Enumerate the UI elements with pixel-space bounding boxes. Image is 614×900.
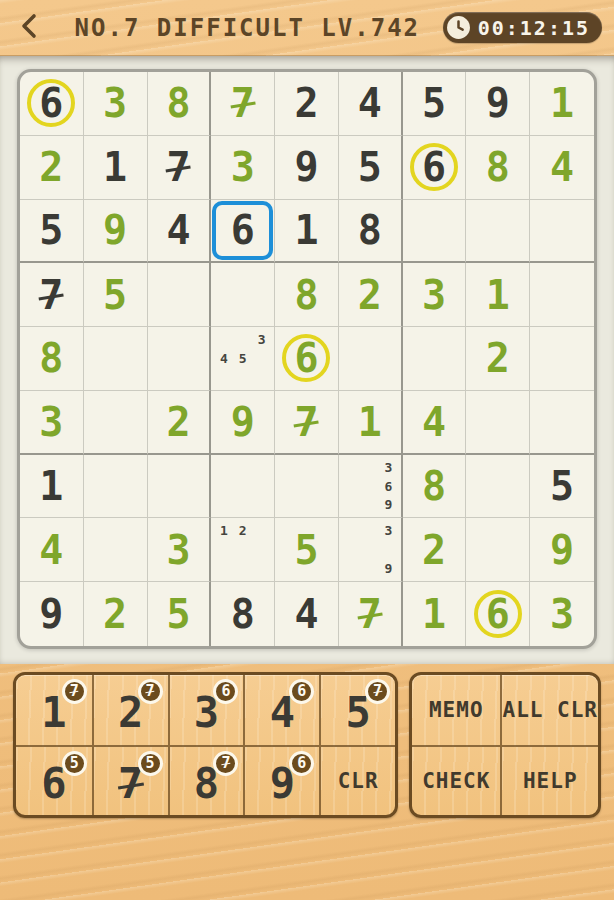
given-digit: 1 [103, 147, 127, 187]
player-digit: 2 [166, 402, 190, 442]
placed-count-badge: 7 [365, 679, 390, 704]
placed-count-badge: 7 [62, 679, 87, 704]
given-digit: 5 [358, 147, 382, 187]
cell-r4c1[interactable]: 7 [20, 263, 84, 327]
given-digit: 6 [39, 83, 63, 123]
cell-r8c3[interactable]: 3 [148, 518, 212, 582]
player-digit: 3 [166, 530, 190, 570]
cell-r4c7[interactable]: 3 [403, 263, 467, 327]
back-chevron-icon [18, 13, 40, 42]
given-digit: 8 [231, 594, 255, 634]
player-digit: 3 [39, 402, 63, 442]
cell-r5c4[interactable]: 345 [211, 327, 275, 391]
cell-r5c6[interactable] [339, 327, 403, 391]
cell-r5c8[interactable]: 2 [466, 327, 530, 391]
player-digit: 7 [358, 594, 382, 634]
memo-notes: 345 [214, 330, 271, 387]
cell-r9c6[interactable]: 7 [339, 582, 403, 646]
player-digit: 1 [486, 275, 510, 315]
key-label: CLR [338, 769, 379, 793]
cell-r6c7[interactable]: 4 [403, 391, 467, 455]
cell-r7c6[interactable]: 369 [339, 455, 403, 519]
cell-r7c9[interactable]: 5 [530, 455, 594, 519]
key-4[interactable]: 46 [243, 675, 319, 745]
cell-r9c8[interactable]: 6 [466, 582, 530, 646]
cell-r6c5[interactable]: 7 [275, 391, 339, 455]
cell-r2c9[interactable]: 4 [530, 136, 594, 200]
player-digit: 1 [422, 594, 446, 634]
cell-r8c7[interactable]: 2 [403, 518, 467, 582]
memo-notes: 369 [342, 458, 398, 515]
board-panel: 6387245912173956845946187582318345623297… [0, 56, 614, 664]
timer-badge: 00:12:15 [443, 12, 602, 43]
player-digit: 9 [231, 402, 255, 442]
player-digit: 2 [358, 275, 382, 315]
top-bar: NO.7 DIFFICULT LV.742 00:12:15 [0, 0, 614, 56]
cell-r8c9[interactable]: 9 [530, 518, 594, 582]
cell-r7c1[interactable]: 1 [20, 455, 84, 519]
action-pad: MEMOALL CLRCHECKHELP [409, 672, 601, 818]
player-digit: 8 [294, 275, 318, 315]
player-digit: 7 [294, 402, 318, 442]
page-title: NO.7 DIFFICULT LV.742 [52, 14, 443, 42]
given-digit: 6 [422, 147, 446, 187]
cell-r4c3[interactable] [148, 263, 212, 327]
player-digit: 5 [103, 275, 127, 315]
player-digit: 2 [103, 594, 127, 634]
cell-r2c5[interactable]: 9 [275, 136, 339, 200]
cell-r7c3[interactable] [148, 455, 212, 519]
placed-count-badge: 5 [138, 751, 163, 776]
key-1[interactable]: 17 [16, 675, 92, 745]
cell-r3c7[interactable] [403, 200, 467, 264]
cell-r9c2[interactable]: 2 [84, 582, 148, 646]
cell-r3c9[interactable] [530, 200, 594, 264]
cell-r7c8[interactable] [466, 455, 530, 519]
player-digit: 2 [39, 147, 63, 187]
cell-r5c1[interactable]: 8 [20, 327, 84, 391]
given-digit: 2 [294, 83, 318, 123]
cell-r1c7[interactable]: 5 [403, 72, 467, 136]
player-digit: 5 [294, 530, 318, 570]
back-button[interactable] [6, 8, 52, 48]
cell-r4c2[interactable]: 5 [84, 263, 148, 327]
given-digit: 8 [358, 210, 382, 250]
cell-r3c3[interactable]: 4 [148, 200, 212, 264]
player-digit: 4 [422, 402, 446, 442]
player-digit: 6 [486, 594, 510, 634]
cell-r8c8[interactable] [466, 518, 530, 582]
given-digit: 6 [231, 210, 255, 250]
sudoku-app-screen: NO.7 DIFFICULT LV.742 00:12:15 638724591… [0, 0, 614, 900]
cell-r6c1[interactable]: 3 [20, 391, 84, 455]
sudoku-board: 6387245912173956845946187582318345623297… [17, 69, 597, 649]
player-digit: 3 [550, 594, 574, 634]
key-8[interactable]: 87 [168, 745, 244, 815]
cell-r4c9[interactable] [530, 263, 594, 327]
cell-r4c6[interactable]: 2 [339, 263, 403, 327]
cell-r5c2[interactable] [84, 327, 148, 391]
cell-r3c4[interactable]: 6 [211, 200, 275, 264]
given-digit: 9 [39, 594, 63, 634]
player-digit: 4 [550, 147, 574, 187]
given-digit: 5 [39, 210, 63, 250]
cell-r3c5[interactable]: 1 [275, 200, 339, 264]
button-label: MEMO [429, 698, 484, 722]
player-digit: 3 [422, 275, 446, 315]
cell-r4c5[interactable]: 8 [275, 263, 339, 327]
memo-button[interactable]: MEMO [412, 675, 500, 745]
cell-r1c5[interactable]: 2 [275, 72, 339, 136]
cell-r9c1[interactable]: 9 [20, 582, 84, 646]
key-5[interactable]: 57 [319, 675, 395, 745]
given-digit: 4 [294, 594, 318, 634]
cell-r2c6[interactable]: 5 [339, 136, 403, 200]
cell-r8c1[interactable]: 4 [20, 518, 84, 582]
cell-r8c4[interactable]: 12 [211, 518, 275, 582]
cell-r6c9[interactable] [530, 391, 594, 455]
cell-r7c5[interactable] [275, 455, 339, 519]
given-digit: 7 [166, 147, 190, 187]
placed-count-badge: 6 [213, 679, 238, 704]
cell-r1c3[interactable]: 8 [148, 72, 212, 136]
player-digit: 9 [103, 210, 127, 250]
given-digit: 4 [166, 210, 190, 250]
cell-r4c4[interactable] [211, 263, 275, 327]
player-digit: 8 [422, 466, 446, 506]
cell-r9c3[interactable]: 5 [148, 582, 212, 646]
cell-r2c8[interactable]: 8 [466, 136, 530, 200]
placed-count-badge: 6 [289, 679, 314, 704]
cell-r4c8[interactable]: 1 [466, 263, 530, 327]
button-label: ALL CLR [502, 698, 598, 722]
cell-r7c2[interactable] [84, 455, 148, 519]
player-digit: 6 [294, 338, 318, 378]
placed-count-badge: 7 [213, 751, 238, 776]
cell-r2c3[interactable]: 7 [148, 136, 212, 200]
cell-r9c9[interactable]: 3 [530, 582, 594, 646]
cell-r9c5[interactable]: 4 [275, 582, 339, 646]
player-digit: 8 [39, 338, 63, 378]
key-clear[interactable]: CLR [319, 745, 395, 815]
cell-r2c2[interactable]: 1 [84, 136, 148, 200]
cell-r6c6[interactable]: 1 [339, 391, 403, 455]
given-digit: 1 [294, 210, 318, 250]
player-digit: 1 [358, 402, 382, 442]
given-digit: 7 [39, 275, 63, 315]
cell-r1c1[interactable]: 6 [20, 72, 84, 136]
player-digit: 7 [231, 83, 255, 123]
player-digit: 2 [422, 530, 446, 570]
button-label: CHECK [422, 769, 490, 793]
cell-r6c8[interactable] [466, 391, 530, 455]
cell-r3c6[interactable]: 8 [339, 200, 403, 264]
cell-r5c5[interactable]: 6 [275, 327, 339, 391]
cell-r1c4[interactable]: 7 [211, 72, 275, 136]
cell-r2c1[interactable]: 2 [20, 136, 84, 200]
cell-r5c9[interactable] [530, 327, 594, 391]
cell-r6c2[interactable] [84, 391, 148, 455]
cell-r6c4[interactable]: 9 [211, 391, 275, 455]
player-digit: 8 [486, 147, 510, 187]
cell-r2c7[interactable]: 6 [403, 136, 467, 200]
player-digit: 5 [166, 594, 190, 634]
cell-r1c2[interactable]: 3 [84, 72, 148, 136]
placed-count-badge: 7 [138, 679, 163, 704]
given-digit: 4 [358, 83, 382, 123]
cell-r1c8[interactable]: 9 [466, 72, 530, 136]
cell-r9c4[interactable]: 8 [211, 582, 275, 646]
player-digit: 3 [103, 83, 127, 123]
placed-count-badge: 5 [62, 751, 87, 776]
given-digit: 1 [39, 466, 63, 506]
timer-value: 00:12:15 [478, 16, 590, 40]
cell-r3c2[interactable]: 9 [84, 200, 148, 264]
player-digit: 2 [486, 338, 510, 378]
key-6[interactable]: 65 [16, 745, 92, 815]
player-digit: 1 [550, 83, 574, 123]
check-button[interactable]: CHECK [412, 745, 500, 815]
cell-r2c4[interactable]: 3 [211, 136, 275, 200]
cell-r6c3[interactable]: 2 [148, 391, 212, 455]
cell-r1c9[interactable]: 1 [530, 72, 594, 136]
memo-notes: 12 [214, 521, 271, 578]
button-label: HELP [523, 769, 578, 793]
cell-r7c4[interactable] [211, 455, 275, 519]
given-digit: 9 [486, 83, 510, 123]
help-button[interactable]: HELP [500, 745, 598, 815]
cell-r3c8[interactable] [466, 200, 530, 264]
player-digit: 9 [550, 530, 574, 570]
cell-r9c7[interactable]: 1 [403, 582, 467, 646]
cell-r8c2[interactable] [84, 518, 148, 582]
given-digit: 9 [294, 147, 318, 187]
key-7[interactable]: 75 [92, 745, 168, 815]
memo-notes: 39 [342, 521, 398, 578]
number-pad: 172736465765758796CLR [13, 672, 398, 818]
cell-r8c5[interactable]: 5 [275, 518, 339, 582]
clock-icon [446, 15, 471, 40]
cell-r8c6[interactable]: 39 [339, 518, 403, 582]
player-digit: 3 [231, 147, 255, 187]
cell-r3c1[interactable]: 5 [20, 200, 84, 264]
player-digit: 4 [39, 530, 63, 570]
key-3[interactable]: 36 [168, 675, 244, 745]
given-digit: 5 [422, 83, 446, 123]
cell-r5c7[interactable] [403, 327, 467, 391]
cell-r1c6[interactable]: 4 [339, 72, 403, 136]
cell-r7c7[interactable]: 8 [403, 455, 467, 519]
key-9[interactable]: 96 [243, 745, 319, 815]
given-digit: 5 [550, 466, 574, 506]
cell-r5c3[interactable] [148, 327, 212, 391]
all-clr-button[interactable]: ALL CLR [500, 675, 598, 745]
placed-count-badge: 6 [289, 751, 314, 776]
player-digit: 8 [166, 83, 190, 123]
key-label: 1 [41, 692, 66, 734]
key-2[interactable]: 27 [92, 675, 168, 745]
